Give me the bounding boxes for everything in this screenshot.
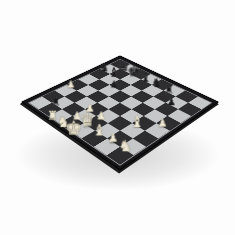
product-photo-scene: ♛♚♝♞♜♞♝♟♟♟♟♝♟♟♜♟♛♝♟♞♜♞♚ [0, 0, 235, 235]
square-a2 [42, 91, 64, 103]
piece-white-pawn: ♟ [67, 79, 76, 89]
square-f6 [143, 97, 166, 110]
